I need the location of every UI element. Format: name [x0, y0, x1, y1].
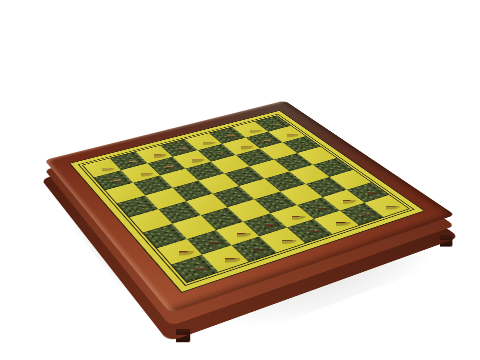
- bishop-figurine: ♝: [240, 213, 268, 250]
- rook-glyph: ♜: [181, 231, 209, 260]
- turned-wood-base: [244, 239, 264, 250]
- rook-glyph: ♜: [374, 173, 399, 199]
- turned-wood-base: [298, 219, 321, 232]
- knight-glyph: ♞: [212, 223, 239, 250]
- bishop-glyph: ♝: [240, 213, 268, 242]
- knight-figurine: ♞: [349, 181, 374, 215]
- turned-wood-base: [377, 195, 397, 206]
- turned-wood-base: [271, 228, 294, 241]
- turned-wood-base: [214, 247, 236, 260]
- rook-figurine: ♜: [374, 173, 399, 207]
- queen-figurine: ♛: [266, 197, 299, 240]
- turned-wood-base: [352, 203, 372, 215]
- knight-glyph: ♞: [349, 181, 374, 206]
- turned-wood-base: [326, 213, 345, 224]
- turned-wood-base: [184, 257, 206, 270]
- knight-figurine: ♞: [212, 223, 239, 259]
- queen-glyph: ♛: [266, 197, 299, 231]
- rook-figurine: ♜: [181, 231, 209, 269]
- white-backdrop: ♜♞♝♛♚♝♞♜♟♟♟♟♟♟♟♟♟♟♟♟♟♟♟♟♜♞♝♛♚♝♞♜: [0, 0, 480, 360]
- chess-board: ♜♞♝♛♚♝♞♜♟♟♟♟♟♟♟♟♟♟♟♟♟♟♟♟♜♞♝♛♚♝♞♜: [44, 101, 455, 314]
